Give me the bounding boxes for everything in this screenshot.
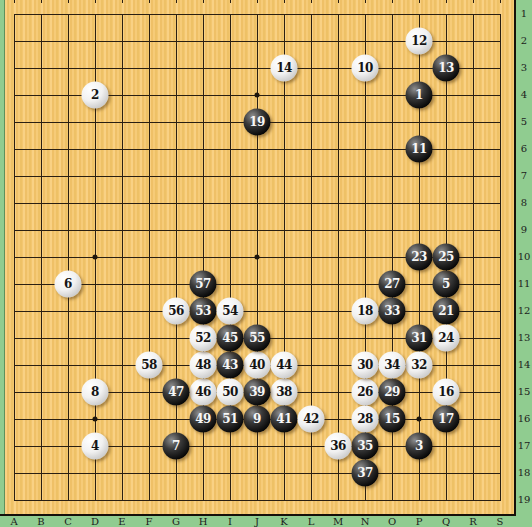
stone-black-47: 47 — [163, 379, 190, 406]
top-edge-tick — [500, 0, 501, 3]
col-label-H: H — [199, 516, 208, 527]
star-point — [255, 93, 260, 98]
row-label-5: 5 — [516, 117, 532, 127]
stone-black-49: 49 — [190, 406, 217, 433]
stone-black-7: 7 — [163, 433, 190, 460]
stone-black-19: 19 — [244, 109, 271, 136]
top-edge-tick — [122, 0, 123, 3]
stone-white-34: 34 — [379, 352, 406, 379]
col-label-P: P — [416, 516, 423, 527]
row-label-17: 17 — [516, 441, 532, 451]
stone-black-29: 29 — [379, 379, 406, 406]
stone-black-5: 5 — [433, 271, 460, 298]
stone-black-27: 27 — [379, 271, 406, 298]
grid-line-vertical — [473, 14, 474, 501]
stone-white-14: 14 — [271, 55, 298, 82]
row-label-10: 10 — [516, 252, 532, 262]
stone-white-52: 52 — [190, 325, 217, 352]
stone-white-32: 32 — [406, 352, 433, 379]
col-label-F: F — [146, 516, 153, 527]
star-point — [255, 255, 260, 260]
col-label-J: J — [255, 516, 259, 527]
stone-white-10: 10 — [352, 55, 379, 82]
col-label-D: D — [91, 516, 99, 527]
row-label-18: 18 — [516, 468, 532, 478]
star-point — [93, 417, 98, 422]
stone-black-57: 57 — [190, 271, 217, 298]
stone-white-6: 6 — [55, 271, 82, 298]
col-label-S: S — [497, 516, 504, 527]
col-label-M: M — [333, 516, 343, 527]
stone-black-35: 35 — [352, 433, 379, 460]
top-edge-tick — [284, 0, 285, 3]
top-edge-tick — [365, 0, 366, 3]
stone-white-16: 16 — [433, 379, 460, 406]
top-edge-tick — [176, 0, 177, 3]
stone-white-44: 44 — [271, 352, 298, 379]
go-board[interactable]: 1234567891011121314151617181921232425262… — [0, 0, 516, 516]
stone-white-46: 46 — [190, 379, 217, 406]
col-label-O: O — [388, 516, 396, 527]
stone-black-1: 1 — [406, 82, 433, 109]
col-label-A: A — [10, 516, 17, 527]
col-label-E: E — [118, 516, 125, 527]
column-coordinate-strip: ABCDEFGHIJKLMNOPQRS — [0, 516, 532, 527]
stone-white-4: 4 — [82, 433, 109, 460]
row-label-12: 12 — [516, 306, 532, 316]
top-edge-tick — [257, 0, 258, 3]
stone-white-24: 24 — [433, 325, 460, 352]
top-edge-tick — [95, 0, 96, 3]
top-edge-tick — [41, 0, 42, 3]
col-label-G: G — [172, 516, 180, 527]
col-label-C: C — [64, 516, 72, 527]
stone-white-38: 38 — [271, 379, 298, 406]
row-coordinate-strip: 12345678910111213141516171819 — [516, 0, 532, 527]
col-label-B: B — [37, 516, 44, 527]
row-label-19: 19 — [516, 495, 532, 505]
stone-white-8: 8 — [82, 379, 109, 406]
stone-black-45: 45 — [217, 325, 244, 352]
stone-white-48: 48 — [190, 352, 217, 379]
top-edge-tick — [149, 0, 150, 3]
row-label-16: 16 — [516, 414, 532, 424]
row-label-8: 8 — [516, 198, 532, 208]
stone-white-12: 12 — [406, 28, 433, 55]
row-label-15: 15 — [516, 387, 532, 397]
row-label-7: 7 — [516, 171, 532, 181]
stone-black-13: 13 — [433, 55, 460, 82]
stone-white-58: 58 — [136, 352, 163, 379]
grid-line-horizontal — [14, 500, 501, 501]
stone-black-37: 37 — [352, 460, 379, 487]
row-label-3: 3 — [516, 63, 532, 73]
row-label-13: 13 — [516, 333, 532, 343]
col-label-R: R — [469, 516, 477, 527]
star-point — [417, 417, 422, 422]
stone-white-18: 18 — [352, 298, 379, 325]
stone-black-53: 53 — [190, 298, 217, 325]
row-label-9: 9 — [516, 225, 532, 235]
stone-black-15: 15 — [379, 406, 406, 433]
stone-black-39: 39 — [244, 379, 271, 406]
stone-white-26: 26 — [352, 379, 379, 406]
stone-black-51: 51 — [217, 406, 244, 433]
stone-black-21: 21 — [433, 298, 460, 325]
stone-white-50: 50 — [217, 379, 244, 406]
stone-white-40: 40 — [244, 352, 271, 379]
top-edge-tick — [203, 0, 204, 3]
col-label-Q: Q — [442, 516, 450, 527]
grid-line-vertical — [500, 14, 501, 501]
star-point — [93, 255, 98, 260]
col-label-K: K — [280, 516, 287, 527]
top-edge-tick — [338, 0, 339, 3]
top-edge-tick — [473, 0, 474, 3]
stone-black-17: 17 — [433, 406, 460, 433]
left-edge-strip — [0, 0, 5, 516]
row-label-11: 11 — [516, 279, 532, 289]
stone-black-55: 55 — [244, 325, 271, 352]
stone-black-31: 31 — [406, 325, 433, 352]
row-label-6: 6 — [516, 144, 532, 154]
top-edge-tick — [311, 0, 312, 3]
stone-black-11: 11 — [406, 136, 433, 163]
stone-black-41: 41 — [271, 406, 298, 433]
stone-black-25: 25 — [433, 244, 460, 271]
grid-line-horizontal — [14, 473, 501, 474]
col-label-N: N — [361, 516, 370, 527]
stone-black-3: 3 — [406, 433, 433, 460]
stone-white-42: 42 — [298, 406, 325, 433]
stone-white-30: 30 — [352, 352, 379, 379]
grid-line-horizontal — [14, 284, 501, 285]
top-edge-tick — [446, 0, 447, 3]
row-label-14: 14 — [516, 360, 532, 370]
stone-white-2: 2 — [82, 82, 109, 109]
row-label-1: 1 — [516, 9, 532, 19]
top-edge-tick — [419, 0, 420, 3]
top-edge-tick — [230, 0, 231, 3]
row-label-4: 4 — [516, 90, 532, 100]
go-diagram: 1234567891011121314151617181921232425262… — [0, 0, 532, 527]
col-label-I: I — [228, 516, 232, 527]
stone-white-56: 56 — [163, 298, 190, 325]
stone-white-54: 54 — [217, 298, 244, 325]
top-edge-tick — [68, 0, 69, 3]
col-label-L: L — [308, 516, 315, 527]
top-edge-tick — [14, 0, 15, 3]
grid-line-vertical — [338, 14, 339, 501]
stone-black-43: 43 — [217, 352, 244, 379]
grid-line-horizontal — [14, 311, 501, 312]
top-edge-tick — [392, 0, 393, 3]
row-label-2: 2 — [516, 36, 532, 46]
stone-black-23: 23 — [406, 244, 433, 271]
stone-black-33: 33 — [379, 298, 406, 325]
stone-black-9: 9 — [244, 406, 271, 433]
stone-white-28: 28 — [352, 406, 379, 433]
stone-white-36: 36 — [325, 433, 352, 460]
